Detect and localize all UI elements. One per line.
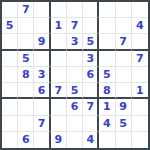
cell-r2c9-given[interactable]: 4: [132, 18, 148, 34]
cell-r5c9-empty[interactable]: [132, 67, 148, 83]
cell-r7c3-empty[interactable]: [34, 99, 50, 115]
cell-r3c5-given[interactable]: 3: [67, 34, 83, 50]
cell-r9c1-empty[interactable]: [2, 132, 18, 148]
cell-r8c3-given[interactable]: 7: [34, 116, 50, 132]
cell-r1c3-empty[interactable]: [34, 2, 50, 18]
cell-r8c2-empty[interactable]: [18, 116, 34, 132]
cell-r4c8-empty[interactable]: [116, 51, 132, 67]
cell-r1c2-given[interactable]: 7: [18, 2, 34, 18]
cell-r1c1-empty[interactable]: [2, 2, 18, 18]
cell-r6c3-given[interactable]: 6: [34, 83, 50, 99]
cell-r5c4-empty[interactable]: [51, 67, 67, 83]
cell-r3c7-empty[interactable]: [99, 34, 115, 50]
cell-r7c7-given[interactable]: 1: [99, 99, 115, 115]
cell-r7c2-empty[interactable]: [18, 99, 34, 115]
cell-r8c7-given[interactable]: 4: [99, 116, 115, 132]
cell-r1c5-empty[interactable]: [67, 2, 83, 18]
cell-r7c4-empty[interactable]: [51, 99, 67, 115]
cell-r2c6-empty[interactable]: [83, 18, 99, 34]
cell-r7c5-given[interactable]: 6: [67, 99, 83, 115]
cell-r7c6-given[interactable]: 7: [83, 99, 99, 115]
cell-r9c3-empty[interactable]: [34, 132, 50, 148]
cell-r9c9-empty[interactable]: [132, 132, 148, 148]
cell-r3c6-given[interactable]: 5: [83, 34, 99, 50]
cell-r2c2-empty[interactable]: [18, 18, 34, 34]
cell-r6c1-empty[interactable]: [2, 83, 18, 99]
cell-r4c3-empty[interactable]: [34, 51, 50, 67]
cell-r3c8-given[interactable]: 7: [116, 34, 132, 50]
cell-r2c8-empty[interactable]: [116, 18, 132, 34]
cell-r4c4-empty[interactable]: [51, 51, 67, 67]
cell-r2c1-given[interactable]: 5: [2, 18, 18, 34]
sudoku-board: 7517493575378365675816719745694: [0, 0, 150, 150]
cell-r5c3-given[interactable]: 3: [34, 67, 50, 83]
cell-r4c7-empty[interactable]: [99, 51, 115, 67]
cell-r5c6-given[interactable]: 6: [83, 67, 99, 83]
cell-r4c1-empty[interactable]: [2, 51, 18, 67]
cell-r5c2-given[interactable]: 8: [18, 67, 34, 83]
cell-r1c6-empty[interactable]: [83, 2, 99, 18]
cell-r1c7-empty[interactable]: [99, 2, 115, 18]
cell-r1c4-empty[interactable]: [51, 2, 67, 18]
cell-r3c9-empty[interactable]: [132, 34, 148, 50]
cell-r7c8-given[interactable]: 9: [116, 99, 132, 115]
cell-r4c5-empty[interactable]: [67, 51, 83, 67]
cell-r5c7-given[interactable]: 5: [99, 67, 115, 83]
cell-r6c5-given[interactable]: 5: [67, 83, 83, 99]
cell-r4c2-given[interactable]: 5: [18, 51, 34, 67]
cell-r7c1-empty[interactable]: [2, 99, 18, 115]
cell-r3c1-empty[interactable]: [2, 34, 18, 50]
cell-r3c4-empty[interactable]: [51, 34, 67, 50]
cell-r7c9-empty[interactable]: [132, 99, 148, 115]
cell-r8c1-empty[interactable]: [2, 116, 18, 132]
cell-r8c6-empty[interactable]: [83, 116, 99, 132]
cell-r3c2-empty[interactable]: [18, 34, 34, 50]
cell-r6c6-empty[interactable]: [83, 83, 99, 99]
cell-r2c3-empty[interactable]: [34, 18, 50, 34]
cell-r6c2-empty[interactable]: [18, 83, 34, 99]
cell-r1c9-empty[interactable]: [132, 2, 148, 18]
cell-r6c4-given[interactable]: 7: [51, 83, 67, 99]
cell-r9c5-empty[interactable]: [67, 132, 83, 148]
cell-r5c5-empty[interactable]: [67, 67, 83, 83]
cell-r3c3-given[interactable]: 9: [34, 34, 50, 50]
cell-r9c2-given[interactable]: 6: [18, 132, 34, 148]
cell-r8c9-empty[interactable]: [132, 116, 148, 132]
cell-r2c5-given[interactable]: 7: [67, 18, 83, 34]
cell-r2c4-given[interactable]: 1: [51, 18, 67, 34]
cell-r8c4-empty[interactable]: [51, 116, 67, 132]
cell-r9c8-empty[interactable]: [116, 132, 132, 148]
cell-r9c6-given[interactable]: 4: [83, 132, 99, 148]
cell-r9c7-empty[interactable]: [99, 132, 115, 148]
cell-r2c7-empty[interactable]: [99, 18, 115, 34]
cell-r1c8-empty[interactable]: [116, 2, 132, 18]
cell-r9c4-given[interactable]: 9: [51, 132, 67, 148]
cell-r4c6-given[interactable]: 3: [83, 51, 99, 67]
cell-r8c8-given[interactable]: 5: [116, 116, 132, 132]
cell-r4c9-given[interactable]: 7: [132, 51, 148, 67]
cell-r6c9-given[interactable]: 1: [132, 83, 148, 99]
cell-r6c8-empty[interactable]: [116, 83, 132, 99]
cell-r8c5-empty[interactable]: [67, 116, 83, 132]
cell-r6c7-given[interactable]: 8: [99, 83, 115, 99]
cell-r5c8-empty[interactable]: [116, 67, 132, 83]
cell-r5c1-empty[interactable]: [2, 67, 18, 83]
